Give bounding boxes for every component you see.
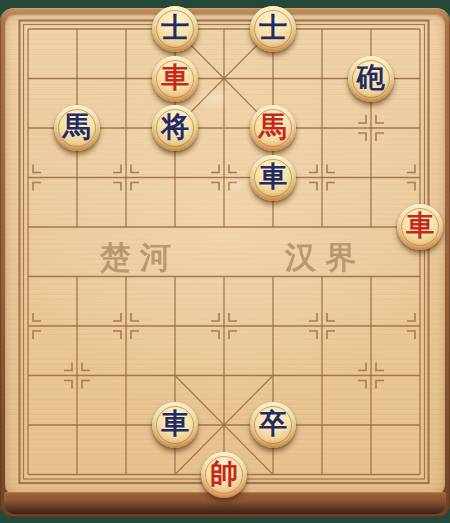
piece-black-chariot[interactable]: 車 <box>152 402 198 448</box>
piece-black-advisor[interactable]: 士 <box>250 6 296 52</box>
pieces-grid: 士士車砲馬将馬車車車卒帥 <box>4 4 445 499</box>
piece-glyph: 卒 <box>259 410 287 438</box>
piece-glyph: 車 <box>259 163 287 191</box>
piece-glyph: 士 <box>259 14 287 42</box>
piece-glyph: 砲 <box>357 64 385 92</box>
piece-red-horse[interactable]: 馬 <box>250 105 296 151</box>
piece-glyph: 馬 <box>259 113 287 141</box>
piece-black-general[interactable]: 将 <box>152 105 198 151</box>
piece-glyph: 将 <box>161 113 189 141</box>
piece-black-horse[interactable]: 馬 <box>54 105 100 151</box>
piece-glyph: 車 <box>161 64 189 92</box>
piece-black-chariot[interactable]: 車 <box>250 155 296 201</box>
piece-black-advisor[interactable]: 士 <box>152 6 198 52</box>
piece-glyph: 車 <box>161 410 189 438</box>
piece-red-general[interactable]: 帥 <box>201 452 247 498</box>
piece-red-chariot[interactable]: 車 <box>397 204 443 250</box>
piece-glyph: 帥 <box>210 460 238 488</box>
piece-black-cannon[interactable]: 砲 <box>348 56 394 102</box>
piece-glyph: 馬 <box>63 113 91 141</box>
piece-glyph: 車 <box>406 212 434 240</box>
piece-black-soldier[interactable]: 卒 <box>250 402 296 448</box>
piece-red-chariot[interactable]: 車 <box>152 56 198 102</box>
xiangqi-app: 楚河 汉界 士士車砲馬将馬車車車卒帥 <box>0 0 450 523</box>
piece-glyph: 士 <box>161 14 189 42</box>
